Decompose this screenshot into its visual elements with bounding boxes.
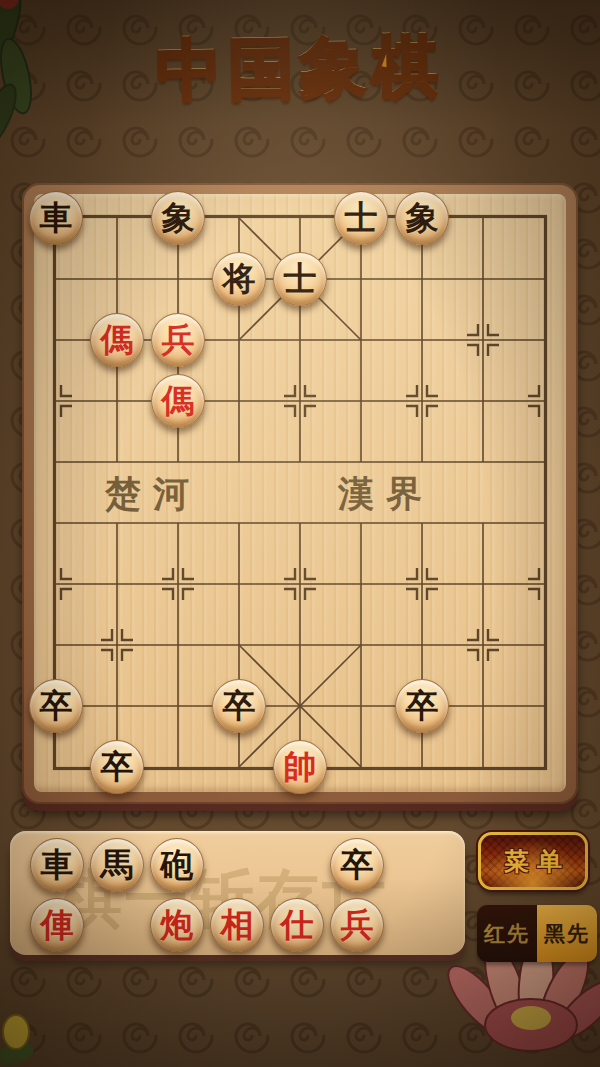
- tray-piece-俥[interactable]: 俥: [30, 898, 84, 952]
- board-piece-卒[interactable]: 卒: [90, 740, 144, 794]
- red-first-button[interactable]: 红先: [477, 905, 537, 962]
- tray-piece-車[interactable]: 車: [30, 838, 84, 892]
- board-piece-傌[interactable]: 傌: [90, 313, 144, 367]
- tray-piece-卒[interactable]: 卒: [330, 838, 384, 892]
- board-piece-帥[interactable]: 帥: [273, 740, 327, 794]
- board-piece-兵[interactable]: 兵: [151, 313, 205, 367]
- board-piece-車[interactable]: 車: [29, 191, 83, 245]
- board-piece-卒[interactable]: 卒: [29, 679, 83, 733]
- app-screen: 中国象棋 楚河 漢界 車象士象将士傌兵傌卒卒卒卒帥 棋一斩存亡 車馬砲卒俥炮相仕…: [0, 0, 600, 1067]
- tray-piece-馬[interactable]: 馬: [90, 838, 144, 892]
- menu-button[interactable]: 菜单: [478, 832, 588, 890]
- board-piece-象[interactable]: 象: [395, 191, 449, 245]
- board-piece-傌[interactable]: 傌: [151, 374, 205, 428]
- board-piece-士[interactable]: 士: [273, 252, 327, 306]
- river-label-left: 楚河: [105, 470, 201, 519]
- board-piece-卒[interactable]: 卒: [395, 679, 449, 733]
- board-piece-士[interactable]: 士: [334, 191, 388, 245]
- tray-piece-相[interactable]: 相: [210, 898, 264, 952]
- tray-piece-炮[interactable]: 炮: [150, 898, 204, 952]
- board-piece-卒[interactable]: 卒: [212, 679, 266, 733]
- board-piece-将[interactable]: 将: [212, 252, 266, 306]
- tray-piece-砲[interactable]: 砲: [150, 838, 204, 892]
- black-first-button[interactable]: 黑先: [537, 905, 597, 962]
- board-piece-象[interactable]: 象: [151, 191, 205, 245]
- river-label-right: 漢界: [338, 470, 434, 519]
- app-title: 中国象棋: [0, 19, 600, 119]
- tray-piece-仕[interactable]: 仕: [270, 898, 324, 952]
- first-move-toggle: 红先 黑先: [477, 905, 597, 962]
- tray-piece-兵[interactable]: 兵: [330, 898, 384, 952]
